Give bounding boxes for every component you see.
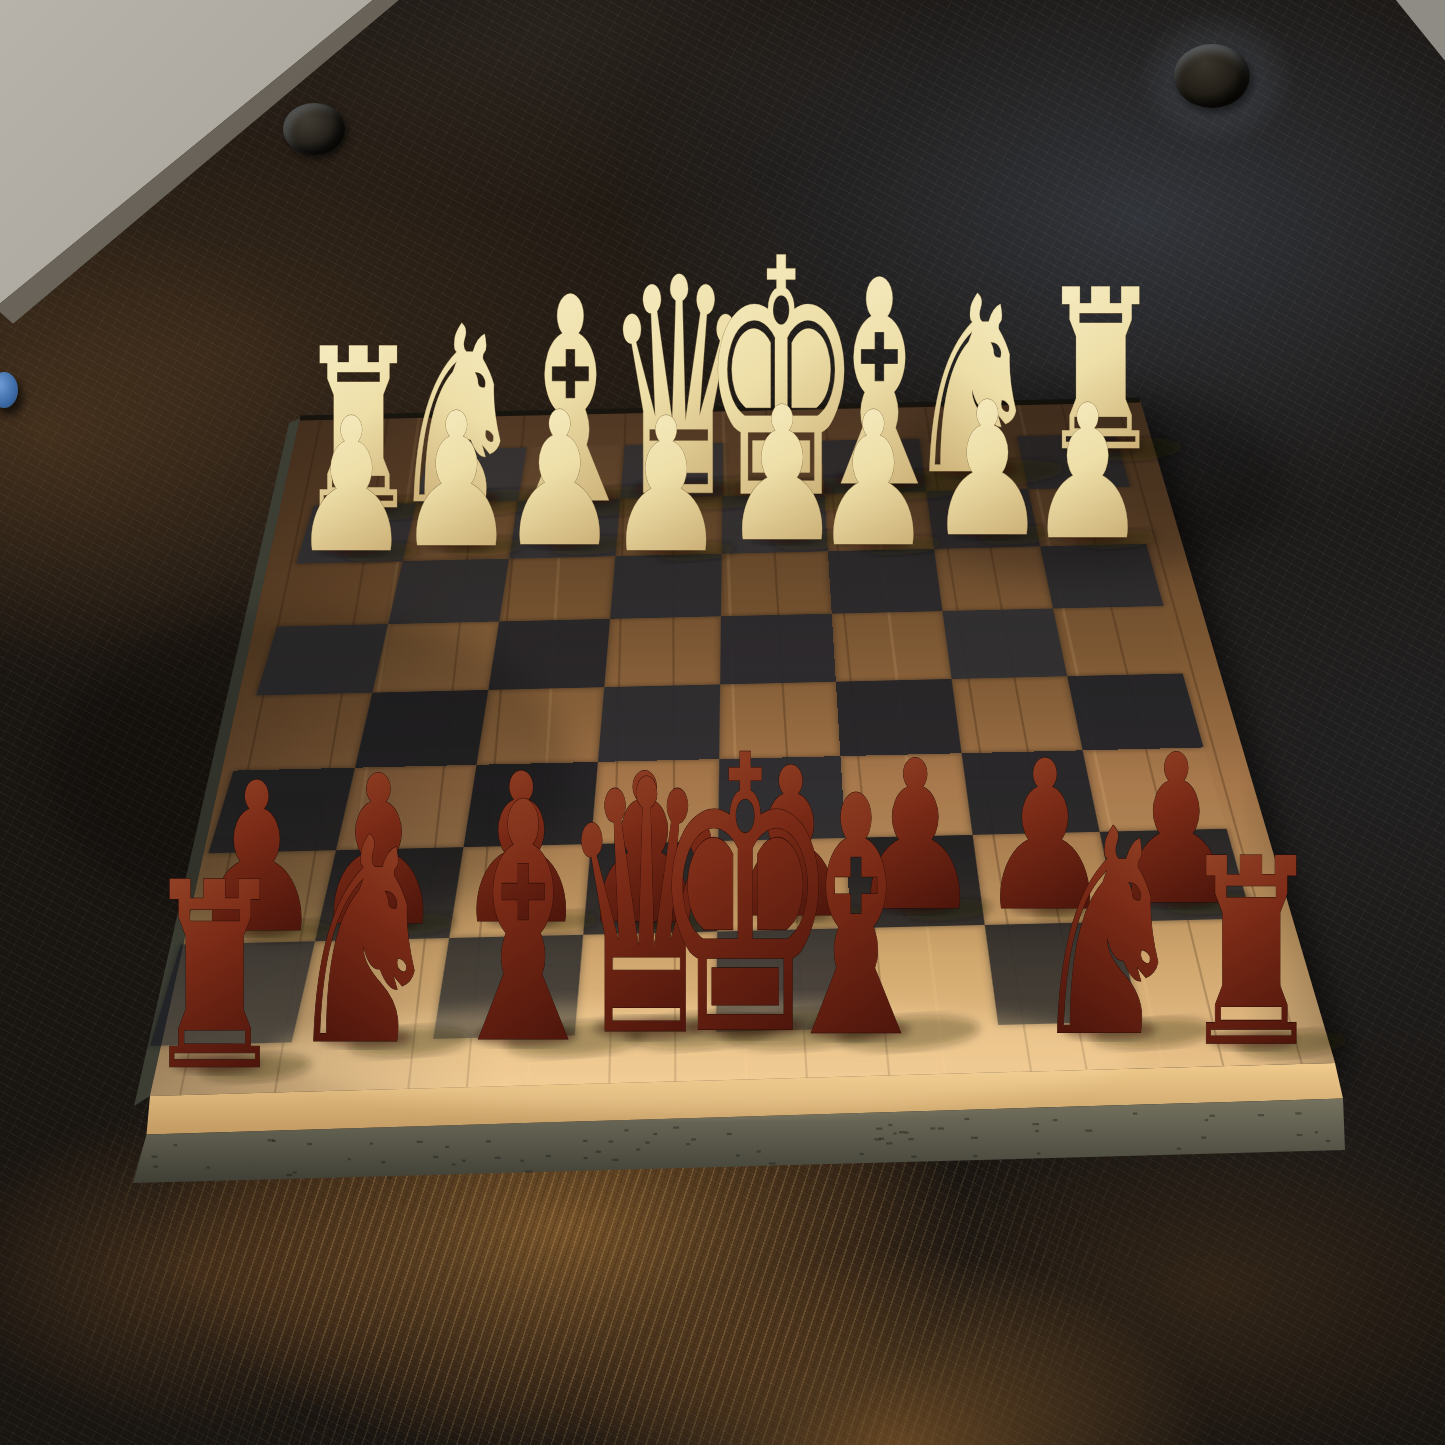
piece-dark-bishop: ♝ [770,727,941,1111]
piece-dark-knight: ♞ [1029,769,1187,1100]
piece-light-pawn: ♟ [397,373,516,589]
piece-dark-rook: ♜ [143,827,286,1127]
photo-scene: ♜♞♝♛♚♝♞♜♟♟♟♟♟♟♟♟♟♟♟♟♟♟♟♟♜♞♝♛♚♝♞♜ [0,0,1445,1445]
board-overlay: ♜♞♝♛♚♝♞♜♟♟♟♟♟♟♟♟♟♟♟♟♟♟♟♟♜♞♝♛♚♝♞♜ [0,0,1445,1445]
piece-light-pawn: ♟ [500,371,619,587]
piece-light-pawn: ♟ [1028,365,1147,581]
piece-light-pawn: ♟ [606,378,725,594]
piece-dark-rook: ♜ [1180,804,1323,1104]
piece-light-pawn: ♟ [292,378,411,594]
piece-light-pawn: ♟ [814,372,933,588]
piece-dark-knight: ♞ [285,778,443,1109]
